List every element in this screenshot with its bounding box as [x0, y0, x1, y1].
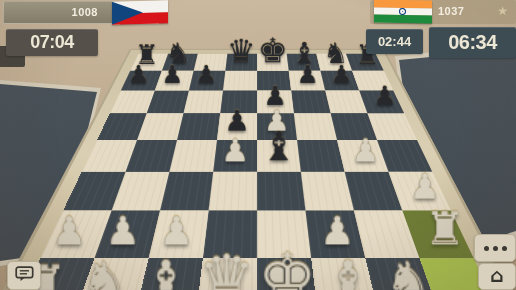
square-b6[interactable] — [147, 90, 189, 113]
player-right-secondary-clock: 02:44 — [366, 29, 423, 54]
black-bishop-e4[interactable]: ♝ — [261, 126, 297, 166]
square-b5[interactable] — [137, 113, 183, 140]
game-screen: ♜♞♛♚♝♞♜♟♟♟♟♟♟♟♟♟♟♝♟♟♟♟♟♟♜♜♞♝♛♚♝♞ 1008 07… — [0, 0, 516, 290]
square-f4[interactable] — [297, 140, 345, 172]
home-button[interactable]: ⌂ — [478, 263, 516, 290]
square-d7[interactable] — [223, 71, 257, 91]
white-pawn-h3[interactable]: ♟ — [409, 169, 440, 204]
square-b4[interactable] — [126, 140, 177, 172]
square-c7[interactable]: ♟ — [189, 71, 225, 91]
white-queen-d1[interactable]: ♛ — [199, 247, 255, 290]
white-pawn-g4[interactable]: ♟ — [351, 135, 379, 167]
square-g4[interactable]: ♟ — [337, 140, 388, 172]
square-d1[interactable]: ♛ — [196, 258, 257, 290]
chat-bubble-icon — [15, 266, 34, 286]
white-pawn-f2[interactable]: ♟ — [320, 212, 355, 251]
square-d3[interactable] — [209, 172, 257, 211]
square-e8[interactable]: ♚ — [257, 54, 289, 71]
white-rook-h2[interactable]: ♜ — [424, 205, 465, 251]
square-e4[interactable]: ♝ — [257, 140, 301, 172]
square-c3[interactable] — [160, 172, 213, 211]
black-pawn-g7[interactable]: ♟ — [331, 62, 353, 87]
white-pawn-a2[interactable]: ♟ — [52, 212, 87, 251]
white-knight-g1[interactable]: ♞ — [384, 255, 433, 290]
chat-button[interactable] — [7, 261, 41, 290]
black-queen-d8[interactable]: ♛ — [227, 35, 256, 67]
square-c4[interactable] — [169, 140, 217, 172]
white-bishop-f1[interactable]: ♝ — [323, 253, 373, 290]
dot-icon — [484, 246, 489, 251]
square-e3[interactable] — [257, 172, 305, 211]
square-f5[interactable] — [294, 113, 337, 140]
black-pawn-b7[interactable]: ♟ — [161, 62, 183, 87]
white-pawn-d4[interactable]: ♟ — [221, 135, 249, 167]
square-c6[interactable] — [183, 90, 223, 113]
dot-icon — [493, 246, 498, 251]
white-bishop-c1[interactable]: ♝ — [141, 253, 191, 290]
dot-icon — [502, 246, 507, 251]
black-pawn-a7[interactable]: ♟ — [128, 62, 150, 87]
ashoka-chakra-icon — [399, 7, 406, 14]
square-c5[interactable] — [177, 113, 220, 140]
square-c1[interactable]: ♝ — [134, 258, 203, 290]
india-flag-icon — [374, 0, 432, 24]
square-b1[interactable]: ♞ — [73, 258, 149, 290]
player-right-clock: 06:34 — [429, 27, 516, 58]
black-pawn-h6[interactable]: ♟ — [373, 83, 397, 109]
square-d4[interactable]: ♟ — [213, 140, 257, 172]
square-f6[interactable] — [291, 90, 331, 113]
more-options-button[interactable] — [474, 234, 516, 262]
black-pawn-f7[interactable]: ♟ — [297, 62, 319, 87]
star-icon: ★ — [497, 4, 508, 18]
czech-flag-icon — [112, 0, 168, 24]
black-pawn-c7[interactable]: ♟ — [195, 62, 217, 87]
square-f7[interactable]: ♟ — [289, 71, 325, 91]
square-g1[interactable]: ♞ — [365, 258, 441, 290]
white-king-e1[interactable]: ♚ — [258, 244, 316, 290]
player-left-rating: 1008 — [72, 6, 98, 18]
white-knight-b1[interactable]: ♞ — [81, 255, 130, 290]
white-pawn-b2[interactable]: ♟ — [106, 212, 141, 251]
white-pawn-c2[interactable]: ♟ — [159, 212, 194, 251]
square-b7[interactable]: ♟ — [155, 71, 194, 91]
player-right-rating: 1037 — [438, 5, 464, 17]
black-king-e8[interactable]: ♚ — [258, 34, 288, 68]
player-left-clock: 07:04 — [6, 29, 98, 56]
player-left-rating-plate: 1008 — [3, 1, 113, 24]
square-f1[interactable]: ♝ — [311, 258, 380, 290]
square-d8[interactable]: ♛ — [225, 54, 257, 71]
square-e1[interactable]: ♚ — [257, 258, 318, 290]
